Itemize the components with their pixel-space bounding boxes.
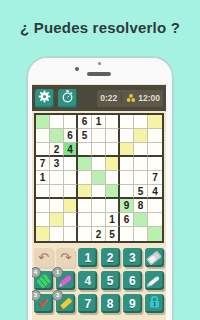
eraser-key[interactable] bbox=[145, 248, 164, 267]
sudoku-cell-r4c4[interactable] bbox=[78, 157, 92, 171]
sudoku-cell-r5c3[interactable] bbox=[64, 171, 78, 185]
page-title: ¿ Puedes resolverlo ? bbox=[0, 19, 200, 36]
sudoku-cell-r5c2[interactable] bbox=[50, 171, 64, 185]
sudoku-cell-r3c2[interactable]: 2 bbox=[50, 143, 64, 157]
sudoku-cell-r9c2[interactable] bbox=[50, 227, 64, 241]
sudoku-cell-r1c7[interactable] bbox=[120, 115, 134, 129]
highlighter-icon bbox=[59, 275, 72, 286]
toolbar: 0:22 12:00 bbox=[32, 85, 166, 111]
sudoku-cell-r3c9[interactable] bbox=[148, 143, 162, 157]
app-screen: 0:22 12:00 616524731754981625 ↶↷12341456… bbox=[32, 84, 166, 320]
settings-button[interactable] bbox=[35, 89, 54, 108]
sudoku-cell-r2c6[interactable] bbox=[106, 129, 120, 143]
digit-key-2[interactable]: 2 bbox=[101, 248, 120, 267]
sudoku-cell-r6c1[interactable] bbox=[36, 185, 50, 199]
sudoku-cell-r4c8[interactable] bbox=[134, 157, 148, 171]
sudoku-cell-r1c9[interactable] bbox=[148, 115, 162, 129]
lock-key[interactable]: 1 bbox=[145, 294, 164, 313]
sudoku-cell-r4c9[interactable] bbox=[148, 157, 162, 171]
sudoku-cell-r2c2[interactable] bbox=[50, 129, 64, 143]
pen-key[interactable] bbox=[145, 271, 164, 290]
sudoku-grid: 616524731754981625 bbox=[34, 113, 164, 243]
lock-icon: 1 bbox=[148, 295, 161, 313]
sudoku-cell-r1c1[interactable] bbox=[36, 115, 50, 129]
digit-key-3[interactable]: 3 bbox=[123, 248, 142, 267]
sudoku-cell-r4c5[interactable] bbox=[92, 157, 106, 171]
sudoku-cell-r2c5[interactable] bbox=[92, 129, 106, 143]
sudoku-cell-r9c3[interactable] bbox=[64, 227, 78, 241]
sudoku-cell-r8c5[interactable] bbox=[92, 213, 106, 227]
sudoku-cell-r1c4[interactable]: 6 bbox=[78, 115, 92, 129]
sudoku-cell-r4c6[interactable] bbox=[106, 157, 120, 171]
sudoku-cell-r7c6[interactable] bbox=[106, 199, 120, 213]
sudoku-cell-r4c7[interactable] bbox=[120, 157, 134, 171]
sudoku-cell-r9c6[interactable]: 5 bbox=[106, 227, 120, 241]
eraser-icon bbox=[146, 250, 162, 265]
sudoku-cell-r2c7[interactable] bbox=[120, 129, 134, 143]
sudoku-cell-r9c5[interactable]: 2 bbox=[92, 227, 106, 241]
sudoku-cell-r3c4[interactable] bbox=[78, 143, 92, 157]
digit-key-9[interactable]: 9 bbox=[123, 294, 142, 313]
digit-key-7[interactable]: 7 bbox=[78, 294, 97, 313]
gear-icon bbox=[38, 89, 51, 107]
sudoku-cell-r2c9[interactable] bbox=[148, 129, 162, 143]
sudoku-cell-r5c1[interactable]: 1 bbox=[36, 171, 50, 185]
highlighter-badge: 1 bbox=[52, 267, 63, 278]
sudoku-cell-r7c2[interactable] bbox=[50, 199, 64, 213]
undo-icon: ↶ bbox=[38, 251, 49, 264]
sudoku-cell-r7c3[interactable] bbox=[64, 199, 78, 213]
sudoku-cell-r6c6[interactable] bbox=[106, 185, 120, 199]
sudoku-cell-r7c5[interactable] bbox=[92, 199, 106, 213]
sudoku-cell-r5c7[interactable] bbox=[120, 171, 134, 185]
sudoku-cell-r5c8[interactable] bbox=[134, 171, 148, 185]
sudoku-cell-r5c6[interactable] bbox=[106, 171, 120, 185]
sudoku-cell-r1c6[interactable] bbox=[106, 115, 120, 129]
sudoku-cell-r2c3[interactable]: 6 bbox=[64, 129, 78, 143]
sudoku-cell-r8c8[interactable] bbox=[134, 213, 148, 227]
digit-key-6[interactable]: 6 bbox=[123, 271, 142, 290]
sudoku-cell-r3c3[interactable]: 4 bbox=[64, 143, 78, 157]
undo-key[interactable]: ↶ bbox=[34, 248, 53, 267]
sudoku-cell-r2c8[interactable] bbox=[134, 129, 148, 143]
sudoku-cell-r9c8[interactable] bbox=[134, 227, 148, 241]
sudoku-cell-r7c4[interactable] bbox=[78, 199, 92, 213]
sudoku-cell-r6c3[interactable] bbox=[64, 185, 78, 199]
sudoku-cell-r1c2[interactable] bbox=[50, 115, 64, 129]
sudoku-cell-r6c9[interactable]: 4 bbox=[148, 185, 162, 199]
sudoku-cell-r6c2[interactable] bbox=[50, 185, 64, 199]
sudoku-cell-r3c6[interactable] bbox=[106, 143, 120, 157]
sudoku-cell-r9c9[interactable] bbox=[148, 227, 162, 241]
pencil-key[interactable]: 3 bbox=[56, 294, 75, 313]
sudoku-cell-r1c8[interactable] bbox=[134, 115, 148, 129]
trefoil-icon bbox=[126, 89, 136, 107]
elapsed-time: 0:22 bbox=[100, 93, 122, 103]
sudoku-cell-r8c4[interactable] bbox=[78, 213, 92, 227]
sudoku-cell-r3c7[interactable] bbox=[120, 143, 134, 157]
keypad: ↶↷12341456✔337891 bbox=[34, 248, 164, 313]
check-key[interactable]: ✔3 bbox=[34, 294, 53, 313]
sudoku-cell-r8c9[interactable] bbox=[148, 213, 162, 227]
digit-key-4[interactable]: 4 bbox=[78, 271, 97, 290]
sudoku-cell-r7c9[interactable] bbox=[148, 199, 162, 213]
pencil-icon bbox=[60, 298, 72, 309]
sudoku-cell-r3c5[interactable] bbox=[92, 143, 106, 157]
sudoku-cell-r8c7[interactable]: 6 bbox=[120, 213, 134, 227]
sudoku-cell-r1c5[interactable]: 1 bbox=[92, 115, 106, 129]
digit-key-8[interactable]: 8 bbox=[101, 294, 120, 313]
crayons-key[interactable]: 4 bbox=[34, 271, 53, 290]
phone-sensor-dot bbox=[75, 67, 79, 71]
sudoku-cell-r6c5[interactable] bbox=[92, 185, 106, 199]
digit-key-5[interactable]: 5 bbox=[101, 271, 120, 290]
sudoku-cell-r9c7[interactable] bbox=[120, 227, 134, 241]
sudoku-cell-r8c6[interactable]: 1 bbox=[106, 213, 120, 227]
sudoku-cell-r4c1[interactable]: 7 bbox=[36, 157, 50, 171]
sudoku-cell-r6c4[interactable] bbox=[78, 185, 92, 199]
status-panel: 0:22 12:00 bbox=[97, 90, 163, 107]
phone-mockup: 0:22 12:00 616524731754981625 ↶↷12341456… bbox=[27, 57, 173, 320]
sudoku-cell-r7c7[interactable]: 9 bbox=[120, 199, 134, 213]
phone-camera-dot bbox=[98, 62, 101, 65]
redo-key[interactable]: ↷ bbox=[56, 248, 75, 267]
sudoku-cell-r1c3[interactable] bbox=[64, 115, 78, 129]
sudoku-cell-r5c4[interactable] bbox=[78, 171, 92, 185]
sudoku-cell-r3c1[interactable] bbox=[36, 143, 50, 157]
sudoku-cell-r8c1[interactable] bbox=[36, 213, 50, 227]
redo-icon: ↷ bbox=[60, 251, 71, 264]
pencil-badge: 3 bbox=[52, 290, 63, 301]
digit-key-1[interactable]: 1 bbox=[78, 248, 97, 267]
sudoku-cell-r8c2[interactable] bbox=[50, 213, 64, 227]
sudoku-cell-r9c1[interactable] bbox=[36, 227, 50, 241]
sudoku-cell-r2c1[interactable] bbox=[36, 129, 50, 143]
stopwatch-icon bbox=[61, 89, 74, 107]
sudoku-cell-r8c3[interactable] bbox=[64, 213, 78, 227]
sudoku-cell-r6c8[interactable]: 5 bbox=[134, 185, 148, 199]
sudoku-cell-r6c7[interactable] bbox=[120, 185, 134, 199]
timer-button[interactable] bbox=[58, 89, 77, 108]
sudoku-cell-r9c4[interactable] bbox=[78, 227, 92, 241]
clock-time: 12:00 bbox=[138, 93, 160, 103]
sudoku-cell-r7c1[interactable] bbox=[36, 199, 50, 213]
sudoku-cell-r5c9[interactable]: 7 bbox=[148, 171, 162, 185]
pen-icon bbox=[148, 275, 160, 286]
highlighter-key[interactable]: 1 bbox=[56, 271, 75, 290]
phone-speaker bbox=[87, 72, 111, 76]
sudoku-cell-r3c8[interactable] bbox=[134, 143, 148, 157]
sudoku-cell-r4c3[interactable] bbox=[64, 157, 78, 171]
sudoku-cell-r4c2[interactable]: 3 bbox=[50, 157, 64, 171]
sudoku-cell-r5c5[interactable] bbox=[92, 171, 106, 185]
sudoku-cell-r2c4[interactable]: 5 bbox=[78, 129, 92, 143]
app-screenshot: ¿ Puedes resolverlo ? bbox=[0, 0, 200, 320]
sudoku-cell-r7c8[interactable]: 8 bbox=[134, 199, 148, 213]
